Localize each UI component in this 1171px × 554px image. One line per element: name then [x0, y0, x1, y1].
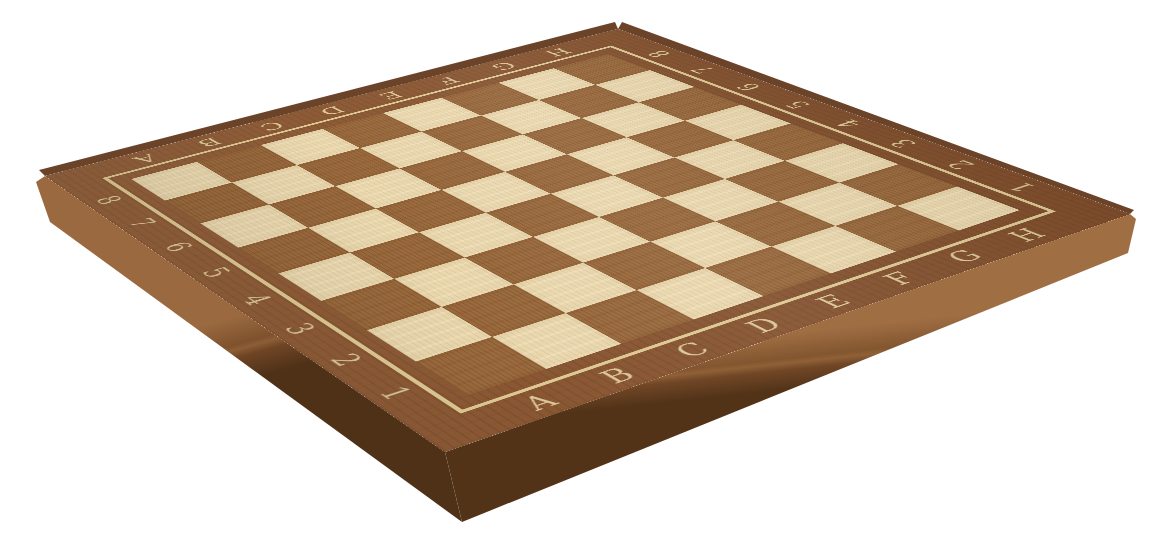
product-photo-stage: ABCDEFGHABCDEFGH8765432187654321	[0, 0, 1171, 554]
